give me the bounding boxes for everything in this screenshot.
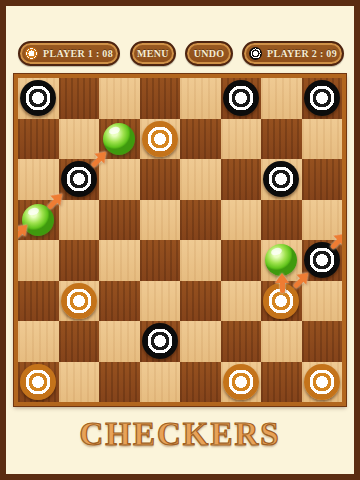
square-r6c1[interactable] [59,321,100,362]
undo-button-label: UNDO [194,48,225,59]
black-checker-piece[interactable] [263,161,299,197]
player2-status: PLAYER 2 : 09 [242,41,344,66]
square-r3c4[interactable] [180,200,221,241]
square-r0c1[interactable] [59,78,100,119]
menu-button-label: MENU [137,48,169,59]
square-r3c3[interactable] [140,200,181,241]
orange-checker-piece[interactable] [20,364,56,400]
square-r0c0[interactable] [18,78,59,119]
square-r5c5[interactable] [221,281,262,322]
square-r6c6[interactable] [261,321,302,362]
square-r2c7[interactable] [302,159,343,200]
square-r4c2[interactable] [99,240,140,281]
square-r0c6[interactable] [261,78,302,119]
black-checker-piece[interactable] [142,323,178,359]
square-r4c3[interactable] [140,240,181,281]
square-r5c7[interactable] [302,281,343,322]
square-r1c6[interactable] [261,119,302,160]
app-frame: PLAYER 1 : 08 MENU UNDO PLAYER 2 : 09 CH… [0,0,360,480]
hint-arrow-icon [274,271,290,293]
title-banner: CHECKERS [6,416,354,453]
square-r6c0[interactable] [18,321,59,362]
orange-checker-piece[interactable] [304,364,340,400]
square-r0c2[interactable] [99,78,140,119]
square-r5c0[interactable] [18,281,59,322]
square-r1c3[interactable] [140,119,181,160]
square-r4c0[interactable] [18,240,59,281]
square-r6c3[interactable] [140,321,181,362]
square-r7c0[interactable] [18,362,59,403]
square-r2c4[interactable] [180,159,221,200]
square-r4c1[interactable] [59,240,100,281]
checkers-board [14,74,346,406]
square-r2c6[interactable] [261,159,302,200]
square-r4c4[interactable] [180,240,221,281]
black-checker-piece[interactable] [223,80,259,116]
square-r7c7[interactable] [302,362,343,403]
square-r5c3[interactable] [140,281,181,322]
square-r0c3[interactable] [140,78,181,119]
square-r5c1[interactable] [59,281,100,322]
orange-checker-piece[interactable] [61,283,97,319]
black-checker-piece[interactable] [20,80,56,116]
player2-label: PLAYER 2 : 09 [267,48,337,59]
square-r7c2[interactable] [99,362,140,403]
square-r0c5[interactable] [221,78,262,119]
square-r3c2[interactable] [99,200,140,241]
square-r3c6[interactable] [261,200,302,241]
square-r6c5[interactable] [221,321,262,362]
square-r2c5[interactable] [221,159,262,200]
square-r6c7[interactable] [302,321,343,362]
square-r1c5[interactable] [221,119,262,160]
orange-checker-piece[interactable] [142,121,178,157]
square-r1c7[interactable] [302,119,343,160]
square-r7c5[interactable] [221,362,262,403]
square-r6c2[interactable] [99,321,140,362]
player1-status: PLAYER 1 : 08 [18,41,120,66]
square-r7c4[interactable] [180,362,221,403]
square-r4c5[interactable] [221,240,262,281]
square-r7c3[interactable] [140,362,181,403]
square-r3c1[interactable] [59,200,100,241]
square-r0c7[interactable] [302,78,343,119]
square-r3c5[interactable] [221,200,262,241]
square-r6c4[interactable] [180,321,221,362]
undo-button[interactable]: UNDO [185,41,233,66]
square-r7c1[interactable] [59,362,100,403]
square-r7c6[interactable] [261,362,302,403]
square-r1c4[interactable] [180,119,221,160]
square-r5c2[interactable] [99,281,140,322]
black-checker-piece[interactable] [61,161,97,197]
orange-checker-piece[interactable] [223,364,259,400]
menu-button[interactable]: MENU [130,41,176,66]
square-r2c2[interactable] [99,159,140,200]
orange-piece-icon [25,47,38,60]
square-r0c4[interactable] [180,78,221,119]
black-checker-piece[interactable] [304,80,340,116]
player1-label: PLAYER 1 : 08 [43,48,113,59]
square-r5c4[interactable] [180,281,221,322]
board-grid [18,78,342,402]
black-piece-icon [249,47,262,60]
square-r2c3[interactable] [140,159,181,200]
square-r1c0[interactable] [18,119,59,160]
